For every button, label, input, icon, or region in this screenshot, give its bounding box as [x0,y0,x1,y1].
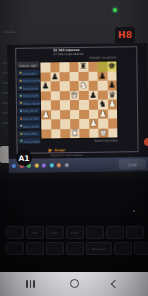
sidebar-item-0[interactable]: Yearly Blitz [17,70,39,76]
square-d6[interactable] [69,81,79,91]
piece-P-a3[interactable]: ♟ [42,110,50,120]
square-c2[interactable] [60,119,70,129]
square-g8[interactable] [97,62,107,72]
square-g3[interactable]: ♟ [98,109,108,119]
square-a6[interactable]: ♟ [41,81,51,91]
square-d4[interactable] [69,100,79,110]
piece-R-d1[interactable]: ♜ [71,128,79,138]
square-g6[interactable] [98,81,108,91]
square-b8[interactable] [50,62,60,72]
key [26,242,44,255]
clock: 17:45 [128,162,137,166]
square-a1[interactable] [41,129,51,139]
piece-K-g1[interactable]: ♚ [99,128,107,138]
red-shutter-edge [144,138,148,146]
square-d3[interactable] [70,109,80,119]
sidebar-item-1[interactable]: Yearly SuperBlitz [18,77,40,83]
piece-p-f5[interactable]: ♟ [89,90,97,100]
square-f3[interactable] [89,109,99,119]
overlay-corner-label-h8: H8 [115,27,135,43]
square-d1[interactable]: ♜ [70,128,80,138]
square-b5[interactable] [50,91,60,101]
piece-p-g7[interactable]: ♟ [98,71,106,81]
key [66,242,84,255]
tournament-icon [19,72,21,74]
key [6,242,24,255]
key-end: End [26,226,44,239]
square-a5[interactable] [41,91,51,101]
square-a8[interactable] [40,62,50,72]
square-c3[interactable] [60,110,70,120]
piece-p-a6[interactable]: ♟ [42,81,50,91]
tournament-icon [19,87,21,89]
taskbar-app-icon-6[interactable] [57,163,61,167]
key-backspace: Backspace [86,242,112,255]
square-f4[interactable] [88,100,98,110]
key [106,226,124,239]
square-g1[interactable]: ♚ [98,128,108,138]
square-h1[interactable] [108,128,118,138]
key [114,242,132,255]
square-e6[interactable]: ♞ [79,81,89,91]
sidebar-header: Сейчас идут [17,62,39,68]
square-h4[interactable]: ♟ [107,99,117,109]
taskbar-app-icon-0[interactable] [12,164,16,168]
sidebar-item-3[interactable]: Yearly Rapid [18,92,40,98]
square-c8[interactable] [59,62,69,72]
key [86,226,104,239]
piece-p-h6[interactable]: ♟ [108,80,116,90]
sidebar-item-5[interactable]: Daily Rapid [18,107,40,113]
square-a3[interactable]: ♟ [41,110,51,120]
camera-indicator-dot [113,8,117,12]
system-tray[interactable]: 17:45 [119,159,146,169]
key [134,242,148,255]
square-h6[interactable]: ♟ [107,80,117,90]
square-d7[interactable] [69,71,79,81]
key [46,242,64,255]
key-insert: Insert [46,226,64,239]
square-b6[interactable] [50,81,60,91]
square-c7[interactable] [59,72,69,82]
piece-q-h5[interactable]: ♛ [108,90,116,100]
square-h8[interactable]: ♚ [107,61,117,71]
square-e2[interactable] [79,119,89,129]
square-f8[interactable] [88,62,98,72]
square-a2[interactable] [41,119,51,129]
sidebar-item-label: Hourly Rapid [23,139,39,142]
square-h7[interactable] [107,71,117,81]
piece-P-h4[interactable]: ♟ [108,99,116,109]
taskbar-app-icon-3[interactable] [34,164,38,168]
sidebar-item-2[interactable]: Yearly Bullet [18,85,40,91]
square-g4[interactable]: ♞ [98,100,108,110]
sidebar-item-label: Yearly Rapid [22,94,38,97]
square-h2[interactable] [108,118,118,128]
square-g5[interactable] [98,90,108,100]
sidebar-item-4[interactable]: Yearly Classical [18,100,40,106]
camera-photo: о WeGo 52 366 игроков 27 001 игра сейчас… [0,0,148,296]
piece-p-b7[interactable]: ♟ [51,72,59,82]
physical-keyboard: EndInsertDeleteBackspace [0,210,148,266]
square-e3[interactable] [79,109,89,119]
square-g2[interactable] [98,119,108,129]
background-window-text: о WeGo [2,30,15,34]
piece-k-h8[interactable]: ♚ [108,61,116,71]
sidebar-item-6[interactable]: Autumn Blitz [18,115,40,121]
piece-Q-d5[interactable]: ♛ [70,91,78,101]
square-f7[interactable] [88,71,98,81]
square-b3[interactable] [51,110,61,120]
taskbar-app-icon-5[interactable] [49,163,53,167]
square-b7[interactable]: ♟ [50,72,60,82]
square-h3[interactable] [108,109,118,119]
tournament-icon [20,117,22,119]
tournament-icon [19,102,21,104]
piece-r-e8[interactable]: ♜ [79,62,87,72]
square-b1[interactable] [51,129,61,139]
taskbar-app-icon-4[interactable] [42,163,46,167]
sidebar-item-7[interactable]: Hourly Bullet [18,123,40,129]
flame-icon [48,147,53,152]
square-f2[interactable]: ♟ [89,119,99,129]
square-e4[interactable] [79,100,89,110]
sidebar-item-label: Yearly Blitz [22,71,36,74]
key [126,226,144,239]
square-h5[interactable]: ♛ [107,90,117,100]
square-f1[interactable] [89,128,99,138]
square-b2[interactable] [51,119,61,129]
piece-N-e6[interactable]: ♞ [80,81,88,91]
tournament-icon [19,79,21,81]
tournament-icon [20,133,22,135]
keyboard-led [133,210,135,212]
square-c6[interactable] [60,81,70,91]
square-c5[interactable] [60,91,70,101]
square-a7[interactable] [40,72,50,82]
key [6,226,24,239]
square-e5[interactable] [79,90,89,100]
square-f5[interactable]: ♟ [88,90,98,100]
square-e7[interactable] [78,71,88,81]
sidebar-item-label: Daily Rapid [23,109,37,112]
square-a4[interactable] [41,100,51,110]
tournament-icon [20,110,22,112]
square-c4[interactable] [60,100,70,110]
tournament-icon [19,95,21,97]
tournament-icon [20,125,22,127]
taskbar-app-icon-7[interactable] [64,163,68,167]
square-e8[interactable]: ♜ [78,62,88,72]
square-d2[interactable] [70,119,80,129]
sidebar-item-9[interactable]: Hourly Rapid [18,138,40,144]
overlay-corner-label-a1: A1 [16,150,32,166]
android-navbar [0,272,148,296]
square-d8[interactable] [69,62,79,72]
square-f6[interactable] [88,81,98,91]
piece-n-g4[interactable]: ♞ [99,100,107,110]
piece-P-f2[interactable]: ♟ [90,119,98,129]
sidebar-item-label: Hourly Bullet [23,124,39,127]
sidebar-item-label: Yearly Classical [22,101,41,104]
tournament-icon [20,140,22,142]
recents-icon[interactable] [26,280,35,288]
sidebar-item-8[interactable]: Hourly Blitz [18,130,40,136]
sidebar-item-label: Hourly Blitz [23,132,38,135]
square-e1[interactable] [79,128,89,138]
back-icon[interactable] [111,280,119,288]
square-b4[interactable] [50,100,60,110]
footer-note: Смотреть трансляции [51,153,82,157]
square-c1[interactable] [60,129,70,139]
tournament-sidebar: Сейчас идут Yearly BlitzYearly SuperBlit… [17,62,40,146]
chess-board[interactable]: ♜♚♟♟♟♞♟♛♟♛♞♟♟♟♟♜♚ [40,61,117,138]
home-icon[interactable] [70,279,79,288]
square-g7[interactable]: ♟ [97,71,107,81]
sidebar-item-label: Autumn Blitz [23,117,39,120]
square-d5[interactable]: ♛ [69,90,79,100]
sidebar-item-label: Yearly Bullet [22,86,38,89]
key-delete: Delete [66,226,84,239]
piece-P-g3[interactable]: ♟ [99,109,107,119]
